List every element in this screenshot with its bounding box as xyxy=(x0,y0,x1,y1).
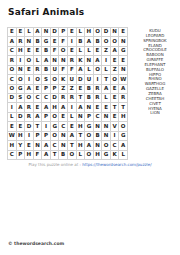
grid-cell-r13c8[interactable]: T xyxy=(68,141,77,150)
grid-cell-r11c1[interactable]: E xyxy=(8,122,17,131)
grid-cell-r5c1[interactable]: O xyxy=(8,66,17,75)
grid-cell-r3c12[interactable]: Z xyxy=(102,47,111,56)
grid-cell-r7c5[interactable]: P xyxy=(42,85,51,94)
grid-cell-r6c6[interactable]: O xyxy=(51,75,60,84)
grid-cell-r7c10[interactable]: B xyxy=(85,85,94,94)
grid-cell-r4c11[interactable]: A xyxy=(94,56,103,65)
grid-cell-r13c10[interactable]: A xyxy=(85,141,94,150)
grid-cell-r11c4[interactable]: T xyxy=(34,122,43,131)
grid-cell-r13c3[interactable]: E xyxy=(25,141,34,150)
grid-cell-r2c1[interactable]: A xyxy=(8,37,17,46)
grid-cell-r8c1[interactable]: D xyxy=(8,94,17,103)
grid-cell-r14c2[interactable]: P xyxy=(17,151,26,160)
grid-cell-r9c3[interactable]: R xyxy=(25,103,34,112)
grid-cell-r4c7[interactable]: N xyxy=(59,56,68,65)
grid-cell-r11c6[interactable]: G xyxy=(51,122,60,131)
grid-cell-r8c14[interactable]: R xyxy=(119,94,128,103)
grid-cell-r2c4[interactable]: B xyxy=(34,37,43,46)
grid-cell-r9c13[interactable]: T xyxy=(111,103,120,112)
puzzle-url-link[interactable]: https://thewordsearch.com/puzzle/ xyxy=(82,162,151,167)
grid-cell-r5c2[interactable]: N xyxy=(17,66,26,75)
grid-cell-r6c7[interactable]: K xyxy=(59,75,68,84)
grid-cell-r14c3[interactable]: H xyxy=(25,151,34,160)
grid-cell-r12c7[interactable]: N xyxy=(59,132,68,141)
grid-cell-r12c4[interactable]: P xyxy=(34,132,43,141)
grid-cell-r3c6[interactable]: F xyxy=(51,47,60,56)
grid-cell-r10c8[interactable]: L xyxy=(68,113,77,122)
grid-cell-r8c11[interactable]: R xyxy=(94,94,103,103)
grid-cell-r12c13[interactable]: I xyxy=(111,132,120,141)
grid-cell-r3c3[interactable]: E xyxy=(25,47,34,56)
grid-cell-r6c8[interactable]: U xyxy=(68,75,77,84)
grid-cell-r1c1[interactable]: E xyxy=(8,28,17,37)
grid-cell-r8c10[interactable]: B xyxy=(85,94,94,103)
grid-cell-r10c1[interactable]: L xyxy=(8,113,17,122)
grid-cell-r5c11[interactable]: O xyxy=(94,66,103,75)
grid-cell-r10c6[interactable]: O xyxy=(51,113,60,122)
grid-cell-r8c5[interactable]: C xyxy=(42,94,51,103)
grid-cell-r4c9[interactable]: K xyxy=(77,56,86,65)
grid-cell-r10c12[interactable]: N xyxy=(102,113,111,122)
grid-cell-r5c7[interactable]: F xyxy=(59,66,68,75)
grid-cell-r13c1[interactable]: H xyxy=(8,141,17,150)
grid-cell-r14c7[interactable]: B xyxy=(59,151,68,160)
grid-cell-r14c6[interactable]: T xyxy=(51,151,60,160)
grid-cell-r14c1[interactable]: C xyxy=(8,151,17,160)
footer-line: Play this puzzle online at : https://the… xyxy=(0,162,180,167)
grid-cell-r1c5[interactable]: N xyxy=(42,28,51,37)
grid-cell-r1c7[interactable]: P xyxy=(59,28,68,37)
grid-cell-r1c14[interactable]: E xyxy=(119,28,128,37)
grid-cell-r4c8[interactable]: R xyxy=(68,56,77,65)
grid-cell-r5c5[interactable]: B xyxy=(42,66,51,75)
grid-cell-r11c2[interactable]: E xyxy=(17,122,26,131)
grid-cell-r3c11[interactable]: E xyxy=(94,47,103,56)
grid-cell-r2c2[interactable]: R xyxy=(17,37,26,46)
grid-cell-r11c3[interactable]: D xyxy=(25,122,34,131)
grid-cell-r3c4[interactable]: E xyxy=(34,47,43,56)
grid-cell-r9c14[interactable]: T xyxy=(119,103,128,112)
grid-cell-r3c2[interactable]: H xyxy=(17,47,26,56)
grid-cell-r8c2[interactable]: S xyxy=(17,94,26,103)
word-search-grid: EELANDPELHODNEARNBGEFIBABOONCHEEBFOELLEZ… xyxy=(7,27,128,160)
grid-cell-r3c9[interactable]: L xyxy=(77,47,86,56)
grid-cell-r11c8[interactable]: E xyxy=(68,122,77,131)
grid-cell-r6c14[interactable]: W xyxy=(119,75,128,84)
grid-cell-r7c6[interactable]: P xyxy=(51,85,60,94)
grid-cell-r13c11[interactable]: N xyxy=(94,141,103,150)
grid-cell-r13c7[interactable]: N xyxy=(59,141,68,150)
grid-cell-r2c3[interactable]: N xyxy=(25,37,34,46)
grid-cell-r7c11[interactable]: R xyxy=(94,85,103,94)
grid-cell-r10c14[interactable]: H xyxy=(119,113,128,122)
grid-cell-r9c4[interactable]: E xyxy=(34,103,43,112)
grid-cell-r7c14[interactable]: A xyxy=(119,85,128,94)
grid-cell-r8c3[interactable]: O xyxy=(25,94,34,103)
grid-cell-r7c2[interactable]: G xyxy=(17,85,26,94)
grid-cell-r3c14[interactable]: G xyxy=(119,47,128,56)
grid-cell-r12c9[interactable]: T xyxy=(77,132,86,141)
grid-cell-r11c12[interactable]: N xyxy=(102,122,111,131)
grid-cell-r7c3[interactable]: A xyxy=(25,85,34,94)
grid-cell-r13c9[interactable]: H xyxy=(77,141,86,150)
grid-cell-r14c12[interactable]: G xyxy=(102,151,111,160)
grid-cell-r12c8[interactable]: A xyxy=(68,132,77,141)
grid-cell-r7c8[interactable]: Z xyxy=(68,85,77,94)
grid-cell-r9c8[interactable]: I xyxy=(68,103,77,112)
grid-cell-r3c13[interactable]: A xyxy=(111,47,120,56)
grid-cell-r9c5[interactable]: A xyxy=(42,103,51,112)
grid-cell-r1c2[interactable]: E xyxy=(17,28,26,37)
grid-cell-r5c6[interactable]: U xyxy=(51,66,60,75)
grid-cell-r4c14[interactable]: E xyxy=(119,56,128,65)
grid-cell-r8c4[interactable]: C xyxy=(34,94,43,103)
grid-cell-r9c11[interactable]: E xyxy=(94,103,103,112)
grid-cell-r9c10[interactable]: N xyxy=(85,103,94,112)
copyright-text: © thewordsearch.com xyxy=(8,241,64,246)
grid-cell-r3c10[interactable]: L xyxy=(85,47,94,56)
grid-cell-r13c12[interactable]: O xyxy=(102,141,111,150)
grid-cell-r4c10[interactable]: N xyxy=(85,56,94,65)
grid-cell-r14c9[interactable]: L xyxy=(77,151,86,160)
grid-cell-r4c12[interactable]: I xyxy=(102,56,111,65)
grid-cell-r2c8[interactable]: I xyxy=(68,37,77,46)
grid-cell-r7c4[interactable]: E xyxy=(34,85,43,94)
grid-cell-r5c12[interactable]: L xyxy=(102,66,111,75)
grid-cell-r5c8[interactable]: F xyxy=(68,66,77,75)
grid-cell-r2c5[interactable]: G xyxy=(42,37,51,46)
grid-cell-r13c6[interactable]: C xyxy=(51,141,60,150)
grid-cell-r1c9[interactable]: L xyxy=(77,28,86,37)
grid-cell-r14c8[interactable]: O xyxy=(68,151,77,160)
grid-cell-r7c9[interactable]: E xyxy=(77,85,86,94)
grid-cell-r13c13[interactable]: C xyxy=(111,141,120,150)
grid-cell-r13c14[interactable]: A xyxy=(119,141,128,150)
grid-cell-r11c14[interactable]: O xyxy=(119,122,128,131)
grid-cell-r2c6[interactable]: E xyxy=(51,37,60,46)
grid-cell-r11c10[interactable]: G xyxy=(85,122,94,131)
grid-cell-r10c7[interactable]: E xyxy=(59,113,68,122)
grid-cell-r1c12[interactable]: D xyxy=(102,28,111,37)
grid-cell-r6c12[interactable]: T xyxy=(102,75,111,84)
grid-cell-r11c7[interactable]: C xyxy=(59,122,68,131)
grid-cell-r9c7[interactable]: A xyxy=(59,103,68,112)
grid-cell-r5c10[interactable]: L xyxy=(85,66,94,75)
grid-cell-r14c10[interactable]: O xyxy=(85,151,94,160)
grid-cell-r6c4[interactable]: O xyxy=(34,75,43,84)
grid-cell-r5c14[interactable]: N xyxy=(119,66,128,75)
grid-cell-r10c9[interactable]: N xyxy=(77,113,86,122)
grid-cell-r12c2[interactable]: H xyxy=(17,132,26,141)
grid-cell-r11c9[interactable]: H xyxy=(77,122,86,131)
grid-cell-r6c3[interactable]: I xyxy=(25,75,34,84)
grid-cell-r4c13[interactable]: E xyxy=(111,56,120,65)
grid-cell-r9c12[interactable]: E xyxy=(102,103,111,112)
grid-cell-r9c9[interactable]: A xyxy=(77,103,86,112)
grid-cell-r8c6[interactable]: D xyxy=(51,94,60,103)
grid-cell-r1c10[interactable]: H xyxy=(85,28,94,37)
grid-cell-r4c6[interactable]: N xyxy=(51,56,60,65)
grid-cell-r5c4[interactable]: R xyxy=(34,66,43,75)
grid-cell-r4c2[interactable]: I xyxy=(17,56,26,65)
grid-cell-r4c4[interactable]: L xyxy=(34,56,43,65)
grid-cell-r3c8[interactable]: E xyxy=(68,47,77,56)
grid-cell-r6c5[interactable]: S xyxy=(42,75,51,84)
grid-cell-r8c12[interactable]: L xyxy=(102,94,111,103)
grid-cell-r1c8[interactable]: E xyxy=(68,28,77,37)
grid-cell-r6c13[interactable]: O xyxy=(111,75,120,84)
grid-cell-r3c7[interactable]: O xyxy=(59,47,68,56)
grid-cell-r9c6[interactable]: H xyxy=(51,103,60,112)
grid-cell-r12c3[interactable]: I xyxy=(25,132,34,141)
grid-cell-r8c7[interactable]: R xyxy=(59,94,68,103)
grid-cell-r11c13[interactable]: V xyxy=(111,122,120,131)
grid-cell-r14c13[interactable]: K xyxy=(111,151,120,160)
grid-cell-r9c2[interactable]: A xyxy=(17,103,26,112)
grid-cell-r14c14[interactable]: L xyxy=(119,151,128,160)
grid-cell-r2c14[interactable]: N xyxy=(119,37,128,46)
word-list-item: LION xyxy=(131,111,179,116)
grid-cell-r12c6[interactable]: O xyxy=(51,132,60,141)
grid-cell-r5c13[interactable]: Z xyxy=(111,66,120,75)
grid-cell-r2c11[interactable]: B xyxy=(94,37,103,46)
grid-cell-r12c11[interactable]: B xyxy=(94,132,103,141)
grid-cell-r12c5[interactable]: P xyxy=(42,132,51,141)
grid-cell-r6c11[interactable]: I xyxy=(94,75,103,84)
grid-cell-r3c5[interactable]: B xyxy=(42,47,51,56)
puzzle-page: Safari Animals EELANDPELHODNEARNBGEFIBAB… xyxy=(0,0,180,255)
grid-cell-r2c13[interactable]: O xyxy=(111,37,120,46)
grid-cell-r5c3[interactable]: E xyxy=(25,66,34,75)
grid-cell-r2c9[interactable]: B xyxy=(77,37,86,46)
word-list: KUDULEOPARDSPRINGBOKELANDCROCODILEBABOON… xyxy=(131,29,179,116)
grid-cell-r10c2[interactable]: D xyxy=(17,113,26,122)
grid-cell-r14c5[interactable]: A xyxy=(42,151,51,160)
grid-cell-r7c7[interactable]: Z xyxy=(59,85,68,94)
grid-cell-r12c10[interactable]: O xyxy=(85,132,94,141)
grid-cell-r11c11[interactable]: N xyxy=(94,122,103,131)
grid-cell-r6c9[interactable]: D xyxy=(77,75,86,84)
grid-cell-r6c2[interactable]: O xyxy=(17,75,26,84)
grid-cell-r13c5[interactable]: A xyxy=(42,141,51,150)
grid-cell-r13c4[interactable]: N xyxy=(34,141,43,150)
grid-cell-r6c1[interactable]: C xyxy=(8,75,17,84)
grid-cell-r7c12[interactable]: A xyxy=(102,85,111,94)
grid-cell-r5c9[interactable]: A xyxy=(77,66,86,75)
grid-cell-r4c1[interactable]: R xyxy=(8,56,17,65)
puzzle-title: Safari Animals xyxy=(8,7,84,17)
grid-cell-r1c4[interactable]: A xyxy=(34,28,43,37)
grid-cell-r10c11[interactable]: C xyxy=(94,113,103,122)
grid-cell-r6c10[interactable]: U xyxy=(85,75,94,84)
grid-cell-r1c11[interactable]: O xyxy=(94,28,103,37)
grid-cell-r8c9[interactable]: T xyxy=(77,94,86,103)
grid-cell-r2c12[interactable]: O xyxy=(102,37,111,46)
grid-cell-r3c1[interactable]: C xyxy=(8,47,17,56)
grid-cell-r14c11[interactable]: H xyxy=(94,151,103,160)
grid-cell-r12c14[interactable]: G xyxy=(119,132,128,141)
grid-cell-r13c2[interactable]: Y xyxy=(17,141,26,150)
grid-cell-r1c13[interactable]: N xyxy=(111,28,120,37)
grid-cell-r11c5[interactable]: I xyxy=(42,122,51,131)
grid-cell-r4c3[interactable]: O xyxy=(25,56,34,65)
grid-cell-r10c3[interactable]: R xyxy=(25,113,34,122)
grid-cell-r12c12[interactable]: N xyxy=(102,132,111,141)
grid-cell-r8c8[interactable]: R xyxy=(68,94,77,103)
grid-cell-r10c13[interactable]: E xyxy=(111,113,120,122)
grid-cell-r2c7[interactable]: F xyxy=(59,37,68,46)
grid-cell-r1c6[interactable]: D xyxy=(51,28,60,37)
grid-cell-r7c13[interactable]: E xyxy=(111,85,120,94)
grid-cell-r7c1[interactable]: O xyxy=(8,85,17,94)
grid-cell-r12c1[interactable]: W xyxy=(8,132,17,141)
grid-cell-r2c10[interactable]: A xyxy=(85,37,94,46)
grid-cell-r8c13[interactable]: E xyxy=(111,94,120,103)
grid-cell-r10c10[interactable]: P xyxy=(85,113,94,122)
footer-prefix: Play this puzzle online at : xyxy=(28,162,82,167)
grid-cell-r14c4[interactable]: F xyxy=(34,151,43,160)
grid-cell-r10c4[interactable]: A xyxy=(34,113,43,122)
grid-cell-r4c5[interactable]: A xyxy=(42,56,51,65)
grid-cell-r10c5[interactable]: P xyxy=(42,113,51,122)
grid-cell-r1c3[interactable]: L xyxy=(25,28,34,37)
grid-cell-r9c1[interactable]: I xyxy=(8,103,17,112)
